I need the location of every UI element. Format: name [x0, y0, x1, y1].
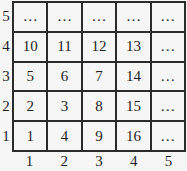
- cell-c4-r4: 13: [117, 33, 149, 61]
- cell-c4-r5: …: [117, 3, 149, 31]
- col-label-3: 3: [82, 152, 117, 171]
- row-label-2: 2: [0, 92, 12, 122]
- cell-c4-r3: 14: [117, 63, 149, 91]
- row-label-3: 3: [0, 61, 12, 91]
- cell-c5-r4: …: [152, 33, 184, 61]
- cell-c1-r5: …: [14, 3, 46, 31]
- cell-c3-r1: 9: [83, 122, 115, 150]
- cell-c5-r1: …: [152, 122, 184, 150]
- cell-c1-r3: 5: [14, 63, 46, 91]
- col-label-1: 1: [12, 152, 47, 171]
- cell-c3-r3: 7: [83, 63, 115, 91]
- cell-c2-r1: 4: [48, 122, 80, 150]
- cell-c4-r1: 16: [117, 122, 149, 150]
- cell-c1-r2: 2: [14, 92, 46, 120]
- col-label-5: 5: [151, 152, 186, 171]
- cell-c3-r5: …: [83, 3, 115, 31]
- col-label-2: 2: [47, 152, 82, 171]
- cell-c3-r4: 12: [83, 33, 115, 61]
- cell-c2-r4: 11: [48, 33, 80, 61]
- cell-c5-r3: …: [152, 63, 184, 91]
- cell-c2-r2: 3: [48, 92, 80, 120]
- cell-c5-r5: …: [152, 3, 184, 31]
- cell-c2-r5: …: [48, 3, 80, 31]
- col-axis: 1 2 3 4 5: [12, 152, 186, 171]
- cell-c2-r3: 6: [48, 63, 80, 91]
- row-label-4: 4: [0, 31, 12, 61]
- number-grid: … … … … … 10 11 12 13 … 5 6 7 14 … 2 3 8…: [12, 1, 186, 152]
- cell-c5-r2: …: [152, 92, 184, 120]
- cell-c3-r2: 8: [83, 92, 115, 120]
- cell-c1-r1: 1: [14, 122, 46, 150]
- row-label-5: 5: [0, 1, 12, 31]
- row-axis: 5 4 3 2 1: [0, 1, 12, 152]
- cell-c1-r4: 10: [14, 33, 46, 61]
- enumeration-grid-figure: 5 4 3 2 1 … … … … … 10 11 12 13 … 5 6 7 …: [0, 0, 187, 171]
- col-label-4: 4: [116, 152, 151, 171]
- cell-c4-r2: 15: [117, 92, 149, 120]
- row-label-1: 1: [0, 122, 12, 152]
